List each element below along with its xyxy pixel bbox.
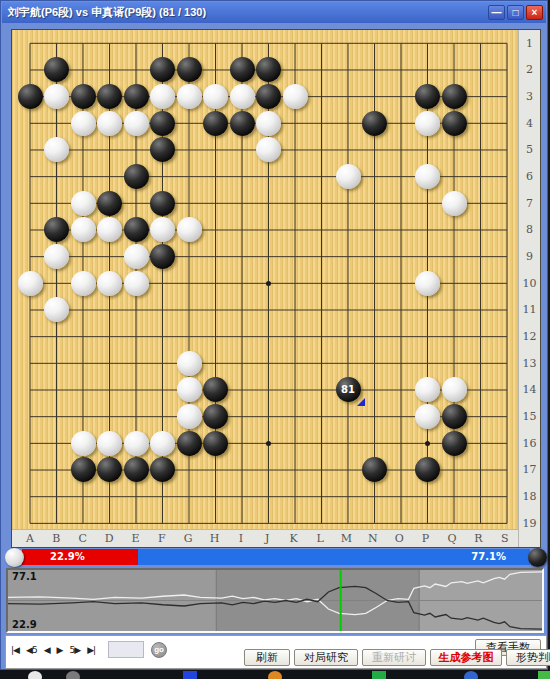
black-stone-F17	[150, 457, 175, 482]
white-stone-E16	[124, 431, 149, 456]
black-stone-J3	[256, 84, 281, 109]
nav-fwd-5-button[interactable]: 5▶	[69, 645, 80, 655]
column-label-R: R	[465, 530, 491, 547]
white-stone-M6	[336, 164, 361, 189]
row-label-12: 12	[519, 323, 540, 350]
close-button[interactable]: ×	[526, 5, 543, 20]
last-move-triangle-icon	[357, 398, 365, 406]
column-labels: ABCDEFGHIJKLMNOPQRS	[12, 529, 518, 547]
winrate-bar: 22.9% 77.1%	[5, 548, 547, 567]
go-board: 81 ABCDEFGHIJKLMNOPQRS 12345678910111213…	[11, 29, 541, 548]
last-move-number: 81	[341, 385, 355, 395]
black-stone-F4	[150, 111, 175, 136]
column-label-D: D	[96, 530, 122, 547]
black-stone-G16	[177, 431, 202, 456]
black-stone-H16	[203, 431, 228, 456]
nav-fwd-1-button[interactable]: ▶	[57, 645, 63, 655]
white-stone-E9	[124, 244, 149, 269]
white-stone-G15	[177, 404, 202, 429]
move-navigation: |◀◀5◀▶5▶▶|go	[11, 641, 167, 658]
column-label-A: A	[17, 530, 43, 547]
row-label-15: 15	[519, 403, 540, 430]
white-stone-E10	[124, 271, 149, 296]
white-stone-G3	[177, 84, 202, 109]
white-stone-Q7	[442, 191, 467, 216]
taskbar-icon-5[interactable]	[372, 671, 386, 679]
column-label-P: P	[412, 530, 438, 547]
title-bar: 刘宇航(P6段) vs 申真谞(P9段) (81 / 130) — □ ×	[2, 2, 546, 23]
black-stone-I2	[230, 57, 255, 82]
graph-top-value: 77.1	[12, 571, 37, 582]
window-title: 刘宇航(P6段) vs 申真谞(P9段) (81 / 130)	[2, 5, 206, 20]
column-label-H: H	[201, 530, 227, 547]
white-stone-D10	[97, 271, 122, 296]
black-stone-N17	[362, 457, 387, 482]
column-label-L: L	[307, 530, 333, 547]
black-stone-Q15	[442, 404, 467, 429]
white-stone-G8	[177, 217, 202, 242]
white-stone-G14	[177, 377, 202, 402]
black-stone-E8	[124, 217, 149, 242]
star-point	[425, 441, 430, 446]
black-stone-J2	[256, 57, 281, 82]
row-label-9: 9	[519, 243, 540, 270]
white-stone-D8	[97, 217, 122, 242]
control-panel: |◀◀5◀▶5▶▶|go 查看手数 刷新对局研究重新研讨生成参考图形势判断关闭	[5, 635, 547, 669]
white-stone-C7	[71, 191, 96, 216]
winrate-graph[interactable]: 77.1 22.9	[6, 568, 544, 633]
black-stone-D17	[97, 457, 122, 482]
taskbar-icon-6[interactable]	[464, 671, 478, 679]
row-label-10: 10	[519, 270, 540, 297]
black-stone-B8	[44, 217, 69, 242]
black-stone-A3	[18, 84, 43, 109]
black-stone-M14: 81	[336, 377, 361, 402]
row-label-16: 16	[519, 430, 540, 457]
stone-grid: 81	[17, 30, 518, 529]
taskbar-icon-4[interactable]	[268, 671, 282, 679]
black-stone-F7	[150, 191, 175, 216]
winrate-track: 22.9% 77.1%	[22, 549, 530, 565]
star-point	[266, 281, 271, 286]
maximize-button[interactable]: □	[507, 5, 524, 20]
taskbar-icon-1[interactable]	[28, 671, 42, 679]
column-label-G: G	[175, 530, 201, 547]
row-label-18: 18	[519, 483, 540, 510]
action-button-1[interactable]: 刷新	[244, 649, 290, 666]
white-stone-Q14	[442, 377, 467, 402]
row-label-13: 13	[519, 350, 540, 377]
black-stone-F5	[150, 137, 175, 162]
white-stone-F3	[150, 84, 175, 109]
nav-back-5-button[interactable]: ◀5	[26, 645, 37, 655]
graph-bottom-value: 22.9	[12, 619, 37, 630]
taskbar-icon-3[interactable]	[183, 671, 197, 679]
row-label-6: 6	[519, 163, 540, 190]
column-label-B: B	[43, 530, 69, 547]
white-stone-F16	[150, 431, 175, 456]
star-point	[266, 441, 271, 446]
white-stone-icon	[5, 548, 24, 567]
white-stone-B9	[44, 244, 69, 269]
white-stone-D4	[97, 111, 122, 136]
black-stone-Q4	[442, 111, 467, 136]
white-stone-C16	[71, 431, 96, 456]
column-label-S: S	[492, 530, 518, 547]
row-label-7: 7	[519, 190, 540, 217]
white-stone-H3	[203, 84, 228, 109]
column-label-F: F	[149, 530, 175, 547]
column-label-J: J	[254, 530, 280, 547]
column-label-N: N	[360, 530, 386, 547]
board-surface[interactable]: 81	[12, 30, 518, 529]
row-label-3: 3	[519, 83, 540, 110]
black-stone-P3	[415, 84, 440, 109]
white-stone-G13	[177, 351, 202, 376]
white-stone-B5	[44, 137, 69, 162]
black-stone-G2	[177, 57, 202, 82]
white-stone-C10	[71, 271, 96, 296]
app-window: 刘宇航(P6段) vs 申真谞(P9段) (81 / 130) — □ × 81…	[0, 0, 548, 670]
column-label-Q: Q	[439, 530, 465, 547]
column-label-C: C	[70, 530, 96, 547]
white-stone-B3	[44, 84, 69, 109]
white-stone-D16	[97, 431, 122, 456]
move-number-input[interactable]	[108, 641, 144, 658]
black-stone-D3	[97, 84, 122, 109]
row-labels: 12345678910111213141516171819	[518, 30, 540, 547]
row-label-19: 19	[519, 510, 540, 537]
black-stone-F2	[150, 57, 175, 82]
white-stone-E4	[124, 111, 149, 136]
action-button-5[interactable]: 形势判断	[506, 649, 550, 666]
black-stone-E6	[124, 164, 149, 189]
winrate-curves	[8, 570, 542, 631]
black-stone-Q16	[442, 431, 467, 456]
black-stone-H15	[203, 404, 228, 429]
white-stone-J5	[256, 137, 281, 162]
column-label-O: O	[386, 530, 412, 547]
white-winrate-label: 22.9%	[50, 551, 85, 562]
black-stone-H14	[203, 377, 228, 402]
action-button-3: 重新研讨	[362, 649, 426, 666]
column-label-K: K	[281, 530, 307, 547]
row-label-1: 1	[519, 30, 540, 57]
white-stone-C8	[71, 217, 96, 242]
nav-first-button[interactable]: |◀	[11, 645, 19, 655]
taskbar-icon-2[interactable]	[66, 671, 80, 679]
black-stone-Q3	[442, 84, 467, 109]
white-stone-A10	[18, 271, 43, 296]
row-label-17: 17	[519, 457, 540, 484]
black-stone-icon	[528, 548, 547, 567]
column-label-I: I	[228, 530, 254, 547]
go-button[interactable]: go	[151, 642, 167, 658]
white-stone-C4	[71, 111, 96, 136]
white-stone-J4	[256, 111, 281, 136]
white-stone-P6	[415, 164, 440, 189]
white-winrate-segment: 22.9%	[22, 549, 138, 565]
black-stone-B2	[44, 57, 69, 82]
black-stone-P17	[415, 457, 440, 482]
row-label-11: 11	[519, 297, 540, 324]
row-label-14: 14	[519, 377, 540, 404]
black-stone-H4	[203, 111, 228, 136]
white-stone-P15	[415, 404, 440, 429]
black-stone-E3	[124, 84, 149, 109]
desktop-taskbar[interactable]	[0, 670, 550, 679]
black-stone-E17	[124, 457, 149, 482]
row-label-8: 8	[519, 217, 540, 244]
column-label-E: E	[122, 530, 148, 547]
white-stone-P10	[415, 271, 440, 296]
black-stone-I4	[230, 111, 255, 136]
column-label-M: M	[333, 530, 359, 547]
minimize-button[interactable]: —	[488, 5, 505, 20]
white-stone-K3	[283, 84, 308, 109]
black-stone-N4	[362, 111, 387, 136]
nav-back-1-button[interactable]: ◀	[44, 645, 50, 655]
row-label-2: 2	[519, 57, 540, 84]
action-button-4[interactable]: 生成参考图	[430, 649, 502, 666]
black-winrate-label: 77.1%	[471, 551, 506, 562]
row-label-5: 5	[519, 137, 540, 164]
white-stone-F8	[150, 217, 175, 242]
row-label-4: 4	[519, 110, 540, 137]
black-stone-D7	[97, 191, 122, 216]
action-button-2[interactable]: 对局研究	[294, 649, 358, 666]
black-stone-C3	[71, 84, 96, 109]
white-stone-I3	[230, 84, 255, 109]
white-stone-B11	[44, 297, 69, 322]
white-stone-P4	[415, 111, 440, 136]
white-stone-P14	[415, 377, 440, 402]
black-stone-C17	[71, 457, 96, 482]
black-stone-F9	[150, 244, 175, 269]
taskbar-icon-7[interactable]	[538, 671, 550, 679]
nav-last-button[interactable]: ▶|	[87, 645, 95, 655]
